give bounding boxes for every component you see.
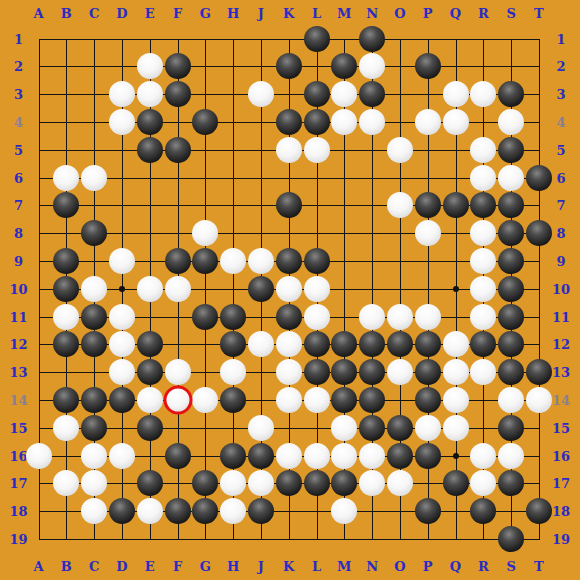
stone-black-P2 (415, 53, 441, 79)
stone-black-L13 (304, 359, 330, 385)
coord-label-top-S: S (506, 5, 515, 20)
stone-white-O11 (387, 304, 413, 330)
coord-label-top-K: K (283, 5, 294, 20)
stone-black-S9 (498, 248, 524, 274)
stone-black-T13 (526, 359, 552, 385)
coord-label-left-4: 4 (14, 115, 23, 130)
stone-white-R16 (470, 443, 496, 469)
stone-black-M12 (331, 331, 357, 357)
stone-white-J9 (248, 248, 274, 274)
stone-black-K4 (276, 109, 302, 135)
coord-label-right-15: 15 (552, 420, 570, 435)
stone-white-R6 (470, 165, 496, 191)
stone-white-N17 (359, 470, 385, 496)
stone-black-P12 (415, 331, 441, 357)
coord-label-top-H: H (227, 5, 239, 20)
coord-label-top-F: F (173, 5, 182, 20)
stone-white-S4 (498, 109, 524, 135)
star-point-D10 (119, 286, 125, 292)
stone-black-E12 (137, 331, 163, 357)
stone-black-C15 (81, 415, 107, 441)
stone-white-N16 (359, 443, 385, 469)
stone-black-Q17 (443, 470, 469, 496)
coord-label-bottom-O: O (394, 559, 405, 574)
stone-black-H12 (220, 331, 246, 357)
stone-black-G4 (192, 109, 218, 135)
stone-white-P11 (415, 304, 441, 330)
coord-label-right-17: 17 (552, 476, 570, 491)
stone-white-R5 (470, 137, 496, 163)
coord-label-right-4: 4 (556, 115, 565, 130)
stone-white-K16 (276, 443, 302, 469)
stone-black-C8 (81, 220, 107, 246)
coord-label-left-18: 18 (9, 504, 27, 519)
stone-black-F2 (165, 53, 191, 79)
go-board[interactable]: AABBCCDDEEFFGGHHJJKKLLMMNNOOPPQQRRSSTT11… (0, 0, 580, 580)
stone-white-O17 (387, 470, 413, 496)
coord-label-right-12: 12 (552, 337, 570, 352)
stone-black-G17 (192, 470, 218, 496)
coord-label-top-L: L (312, 5, 321, 20)
stone-white-D9 (109, 248, 135, 274)
stone-black-T6 (526, 165, 552, 191)
coord-label-right-9: 9 (556, 254, 565, 269)
stone-white-Q4 (443, 109, 469, 135)
coord-label-bottom-M: M (337, 559, 351, 574)
stone-black-K17 (276, 470, 302, 496)
coord-label-right-6: 6 (556, 170, 565, 185)
stone-black-S5 (498, 137, 524, 163)
last-move-marker (163, 386, 192, 415)
stone-white-S14 (498, 387, 524, 413)
stone-black-K9 (276, 248, 302, 274)
stone-black-B9 (53, 248, 79, 274)
stone-black-O12 (387, 331, 413, 357)
stone-white-J12 (248, 331, 274, 357)
stone-black-P7 (415, 192, 441, 218)
coord-label-right-19: 19 (552, 532, 570, 547)
stone-black-Q7 (443, 192, 469, 218)
stone-black-D18 (109, 498, 135, 524)
stone-white-D13 (109, 359, 135, 385)
stone-white-Q14 (443, 387, 469, 413)
coord-label-top-A: A (33, 5, 43, 20)
stone-black-N12 (359, 331, 385, 357)
stone-white-P4 (415, 109, 441, 135)
stone-black-L9 (304, 248, 330, 274)
coord-label-left-17: 17 (9, 476, 27, 491)
stone-white-Q12 (443, 331, 469, 357)
stone-white-Q15 (443, 415, 469, 441)
stone-black-B14 (53, 387, 79, 413)
coord-label-left-7: 7 (14, 198, 23, 213)
stone-black-N1 (359, 26, 385, 52)
coord-label-left-8: 8 (14, 226, 23, 241)
coord-label-bottom-B: B (61, 559, 72, 574)
stone-black-F16 (165, 443, 191, 469)
stone-black-S17 (498, 470, 524, 496)
stone-black-L17 (304, 470, 330, 496)
stone-black-G9 (192, 248, 218, 274)
stone-black-R7 (470, 192, 496, 218)
coord-label-right-13: 13 (552, 365, 570, 380)
stone-black-S3 (498, 81, 524, 107)
coord-label-bottom-E: E (145, 559, 155, 574)
coord-label-left-9: 9 (14, 254, 23, 269)
stone-white-D11 (109, 304, 135, 330)
stone-black-J16 (248, 443, 274, 469)
stone-white-E14 (137, 387, 163, 413)
stone-black-S11 (498, 304, 524, 330)
stone-black-B12 (53, 331, 79, 357)
stone-black-G11 (192, 304, 218, 330)
stone-black-F3 (165, 81, 191, 107)
stone-black-S8 (498, 220, 524, 246)
stone-black-M13 (331, 359, 357, 385)
stone-white-K12 (276, 331, 302, 357)
stone-white-E2 (137, 53, 163, 79)
stone-white-M16 (331, 443, 357, 469)
coord-label-top-C: C (89, 5, 99, 20)
stone-black-S12 (498, 331, 524, 357)
stone-white-P8 (415, 220, 441, 246)
coord-label-left-3: 3 (14, 87, 23, 102)
coord-label-top-J: J (258, 5, 264, 20)
coord-label-bottom-J: J (258, 559, 264, 574)
coord-label-bottom-N: N (366, 559, 378, 574)
coord-label-top-Q: Q (450, 5, 461, 20)
stone-black-P18 (415, 498, 441, 524)
stone-black-R12 (470, 331, 496, 357)
coord-label-left-2: 2 (14, 59, 23, 74)
stone-black-E4 (137, 109, 163, 135)
coord-label-bottom-T: T (534, 559, 544, 574)
stone-black-T8 (526, 220, 552, 246)
stone-white-M18 (331, 498, 357, 524)
stone-black-T18 (526, 498, 552, 524)
stone-black-B7 (53, 192, 79, 218)
coord-label-bottom-L: L (312, 559, 321, 574)
stone-white-N4 (359, 109, 385, 135)
coord-label-left-15: 15 (9, 420, 27, 435)
coord-label-left-12: 12 (9, 337, 27, 352)
coord-label-top-O: O (394, 5, 405, 20)
stone-black-G18 (192, 498, 218, 524)
stone-white-K10 (276, 276, 302, 302)
stone-black-S10 (498, 276, 524, 302)
coord-label-right-2: 2 (556, 59, 565, 74)
coord-label-bottom-G: G (200, 559, 211, 574)
stone-black-S7 (498, 192, 524, 218)
stone-white-T14 (526, 387, 552, 413)
coord-label-top-D: D (116, 5, 127, 20)
coord-label-right-3: 3 (556, 87, 565, 102)
stone-white-J15 (248, 415, 274, 441)
coord-label-bottom-F: F (173, 559, 182, 574)
coord-label-left-1: 1 (14, 31, 23, 46)
stone-black-R18 (470, 498, 496, 524)
stone-black-K2 (276, 53, 302, 79)
stone-black-H11 (220, 304, 246, 330)
coord-label-top-T: T (534, 5, 544, 20)
star-point-Q16 (453, 453, 459, 459)
stone-white-H13 (220, 359, 246, 385)
stone-black-M14 (331, 387, 357, 413)
star-point-Q10 (453, 286, 459, 292)
stone-white-D12 (109, 331, 135, 357)
stone-white-R13 (470, 359, 496, 385)
coord-label-bottom-R: R (478, 559, 489, 574)
coord-label-top-R: R (478, 5, 489, 20)
coord-label-bottom-D: D (116, 559, 127, 574)
coord-label-top-M: M (337, 5, 351, 20)
coord-label-left-13: 13 (9, 365, 27, 380)
stone-white-Q3 (443, 81, 469, 107)
stone-white-S16 (498, 443, 524, 469)
stone-black-E13 (137, 359, 163, 385)
coord-label-top-B: B (61, 5, 72, 20)
stone-white-K13 (276, 359, 302, 385)
stone-white-H17 (220, 470, 246, 496)
coord-label-top-N: N (366, 5, 378, 20)
stone-black-C14 (81, 387, 107, 413)
stone-white-H9 (220, 248, 246, 274)
stone-black-F18 (165, 498, 191, 524)
stone-white-C17 (81, 470, 107, 496)
stone-white-B15 (53, 415, 79, 441)
stone-black-M17 (331, 470, 357, 496)
stone-black-F5 (165, 137, 191, 163)
stone-white-R11 (470, 304, 496, 330)
coord-label-right-14: 14 (552, 393, 570, 408)
stone-white-R8 (470, 220, 496, 246)
stone-black-S19 (498, 526, 524, 552)
stone-black-J10 (248, 276, 274, 302)
coord-label-bottom-H: H (227, 559, 239, 574)
stone-black-N14 (359, 387, 385, 413)
stone-black-K7 (276, 192, 302, 218)
stone-white-D4 (109, 109, 135, 135)
stone-white-G14 (192, 387, 218, 413)
stone-black-O16 (387, 443, 413, 469)
coord-label-right-11: 11 (552, 309, 570, 324)
stone-white-B11 (53, 304, 79, 330)
stone-white-A16 (26, 443, 52, 469)
coord-label-bottom-P: P (423, 559, 433, 574)
coord-label-bottom-Q: Q (450, 559, 461, 574)
stone-black-L12 (304, 331, 330, 357)
stone-white-M4 (331, 109, 357, 135)
coord-label-right-18: 18 (552, 504, 570, 519)
stone-black-L1 (304, 26, 330, 52)
stone-white-S6 (498, 165, 524, 191)
stone-white-J3 (248, 81, 274, 107)
stone-black-L4 (304, 109, 330, 135)
stone-black-L3 (304, 81, 330, 107)
coord-label-bottom-S: S (506, 559, 515, 574)
grid-line-vertical (539, 39, 540, 540)
stone-white-L5 (304, 137, 330, 163)
stone-black-C11 (81, 304, 107, 330)
stone-white-M3 (331, 81, 357, 107)
stone-white-O7 (387, 192, 413, 218)
stone-white-E3 (137, 81, 163, 107)
stone-white-F10 (165, 276, 191, 302)
stone-black-E5 (137, 137, 163, 163)
stone-white-N11 (359, 304, 385, 330)
coord-label-right-16: 16 (552, 448, 570, 463)
coord-label-right-5: 5 (556, 142, 565, 157)
stone-white-P15 (415, 415, 441, 441)
stone-white-K14 (276, 387, 302, 413)
coord-label-right-8: 8 (556, 226, 565, 241)
stone-white-R17 (470, 470, 496, 496)
stone-black-H14 (220, 387, 246, 413)
coord-label-left-19: 19 (9, 532, 27, 547)
stone-black-N15 (359, 415, 385, 441)
coord-label-bottom-A: A (33, 559, 43, 574)
stone-white-E18 (137, 498, 163, 524)
stone-white-C18 (81, 498, 107, 524)
stone-white-J17 (248, 470, 274, 496)
coord-label-left-5: 5 (14, 142, 23, 157)
stone-white-B17 (53, 470, 79, 496)
stone-black-P16 (415, 443, 441, 469)
stone-white-F13 (165, 359, 191, 385)
stone-white-D3 (109, 81, 135, 107)
stone-black-N13 (359, 359, 385, 385)
coord-label-bottom-K: K (283, 559, 294, 574)
coord-label-bottom-C: C (89, 559, 99, 574)
stone-black-D14 (109, 387, 135, 413)
stone-white-C10 (81, 276, 107, 302)
stone-white-B6 (53, 165, 79, 191)
coord-label-left-11: 11 (9, 309, 27, 324)
stone-black-N3 (359, 81, 385, 107)
coord-label-left-10: 10 (9, 281, 27, 296)
coord-label-top-P: P (423, 5, 433, 20)
stone-white-L11 (304, 304, 330, 330)
stone-white-O13 (387, 359, 413, 385)
stone-white-O5 (387, 137, 413, 163)
stone-black-E15 (137, 415, 163, 441)
stone-white-L16 (304, 443, 330, 469)
stone-white-R10 (470, 276, 496, 302)
stone-black-J18 (248, 498, 274, 524)
stone-black-O15 (387, 415, 413, 441)
coord-label-left-14: 14 (9, 393, 27, 408)
stone-white-G8 (192, 220, 218, 246)
stone-white-C16 (81, 443, 107, 469)
stone-black-P14 (415, 387, 441, 413)
coord-label-right-10: 10 (552, 281, 570, 296)
stone-black-P13 (415, 359, 441, 385)
stone-white-L10 (304, 276, 330, 302)
stone-white-M15 (331, 415, 357, 441)
stone-white-R3 (470, 81, 496, 107)
coord-label-left-6: 6 (14, 170, 23, 185)
stone-white-L14 (304, 387, 330, 413)
stone-black-F9 (165, 248, 191, 274)
stone-black-B10 (53, 276, 79, 302)
stone-white-R9 (470, 248, 496, 274)
stone-black-M2 (331, 53, 357, 79)
stone-black-K11 (276, 304, 302, 330)
coord-label-right-1: 1 (556, 31, 565, 46)
stone-white-D16 (109, 443, 135, 469)
stone-white-C6 (81, 165, 107, 191)
stone-black-H16 (220, 443, 246, 469)
stone-white-H18 (220, 498, 246, 524)
stone-black-S13 (498, 359, 524, 385)
coord-label-top-E: E (145, 5, 155, 20)
stone-white-N2 (359, 53, 385, 79)
stone-white-Q13 (443, 359, 469, 385)
stone-black-E17 (137, 470, 163, 496)
stone-white-K5 (276, 137, 302, 163)
stone-black-C12 (81, 331, 107, 357)
stone-white-E10 (137, 276, 163, 302)
stone-black-S15 (498, 415, 524, 441)
coord-label-top-G: G (200, 5, 211, 20)
coord-label-right-7: 7 (556, 198, 565, 213)
